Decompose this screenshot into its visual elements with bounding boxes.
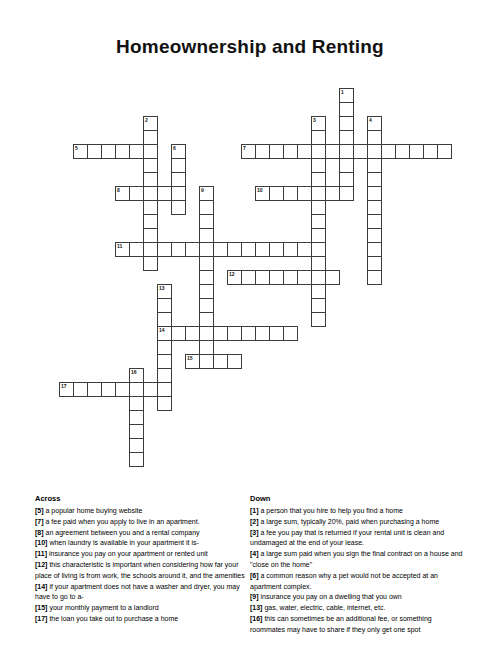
- clue-text: your monthly payment to a landlord: [47, 604, 158, 611]
- clue-number: [17]: [35, 615, 47, 622]
- grid-cell[interactable]: [339, 116, 354, 131]
- grid-cell[interactable]: [213, 242, 228, 257]
- grid-cell[interactable]: [367, 256, 382, 271]
- grid-cell-number: 13: [159, 286, 165, 291]
- clue-text: a popular home buying website: [44, 507, 143, 514]
- grid-cell[interactable]: 14: [157, 326, 172, 341]
- grid-cell[interactable]: [367, 158, 382, 173]
- grid-cell[interactable]: [367, 214, 382, 229]
- grid-cell[interactable]: [87, 382, 102, 397]
- grid-cell[interactable]: [171, 326, 186, 341]
- grid-cell[interactable]: [101, 382, 116, 397]
- clue-number: [15]: [35, 604, 47, 611]
- grid-cell[interactable]: [311, 242, 326, 257]
- grid-cell[interactable]: [227, 326, 242, 341]
- grid-cell[interactable]: [157, 382, 172, 397]
- grid-cell[interactable]: [199, 200, 214, 215]
- grid-cell[interactable]: [409, 144, 424, 159]
- grid-cell[interactable]: [367, 270, 382, 285]
- clue-item: [14] if your apartment does not have a w…: [35, 582, 248, 604]
- grid-cell-number: 16: [131, 370, 137, 375]
- grid-cell[interactable]: 16: [129, 368, 144, 383]
- grid-cell[interactable]: [269, 186, 284, 201]
- grid-cell-number: 17: [61, 384, 67, 389]
- grid-cell[interactable]: [297, 186, 312, 201]
- grid-cell[interactable]: [199, 326, 214, 341]
- clue-text: a person that you hire to help you find …: [259, 507, 403, 514]
- grid-cell[interactable]: [367, 186, 382, 201]
- down-clues: Down [1] a person that you hire to help …: [250, 494, 466, 636]
- clue-item: [8] an agreement between you and a renta…: [35, 528, 248, 539]
- clue-text: this characteristic is important when co…: [35, 561, 245, 579]
- grid-cell[interactable]: [157, 368, 172, 383]
- grid-cell[interactable]: [143, 130, 158, 145]
- grid-cell[interactable]: [311, 172, 326, 187]
- clue-number: [6]: [250, 572, 259, 579]
- grid-cell[interactable]: [115, 382, 130, 397]
- clue-item: [3] a fee you pay that is returned if yo…: [250, 528, 466, 550]
- grid-cell[interactable]: 12: [227, 270, 242, 285]
- grid-cell[interactable]: [213, 354, 228, 369]
- clue-number: [16]: [250, 615, 262, 622]
- grid-cell[interactable]: [269, 242, 284, 257]
- grid-cell[interactable]: [199, 270, 214, 285]
- grid-cell[interactable]: [283, 270, 298, 285]
- grid-cell[interactable]: [227, 242, 242, 257]
- grid-cell[interactable]: [199, 284, 214, 299]
- clue-number: [9]: [250, 593, 259, 600]
- grid-cell[interactable]: [171, 172, 186, 187]
- grid-cell[interactable]: 8: [115, 186, 130, 201]
- grid-cell[interactable]: 7: [241, 144, 256, 159]
- grid-cell[interactable]: 15: [185, 354, 200, 369]
- grid-cell[interactable]: 9: [199, 186, 214, 201]
- grid-cell[interactable]: [129, 410, 144, 425]
- grid-cell[interactable]: [199, 312, 214, 327]
- clue-text: insurance you pay on your apartment or r…: [47, 550, 208, 557]
- across-header: Across: [35, 494, 248, 503]
- grid-cell[interactable]: [143, 228, 158, 243]
- clue-text: a fee paid when you apply to live in an …: [44, 518, 200, 525]
- across-clue-list: [5] a popular home buying website[7] a f…: [35, 506, 248, 625]
- grid-cell[interactable]: [325, 186, 340, 201]
- grid-cell[interactable]: [311, 186, 326, 201]
- grid-cell[interactable]: [199, 242, 214, 257]
- grid-cell[interactable]: [367, 200, 382, 215]
- grid-cell[interactable]: [157, 312, 172, 327]
- clue-text: if your apartment does not have a washer…: [35, 583, 240, 601]
- grid-cell[interactable]: [129, 186, 144, 201]
- grid-cell-number: 7: [243, 146, 246, 151]
- grid-cell[interactable]: [283, 326, 298, 341]
- grid-cell[interactable]: [185, 242, 200, 257]
- clue-item: [17] the loan you take out to purchase a…: [35, 614, 248, 625]
- grid-cell[interactable]: [143, 186, 158, 201]
- grid-cell[interactable]: [143, 242, 158, 257]
- grid-cell[interactable]: 4: [367, 116, 382, 131]
- grid-cell[interactable]: [143, 158, 158, 173]
- grid-cell-number: 1: [341, 90, 344, 95]
- grid-cell-number: 15: [187, 356, 193, 361]
- grid-cell[interactable]: [255, 144, 270, 159]
- grid-cell[interactable]: [143, 172, 158, 187]
- grid-cell[interactable]: [423, 144, 438, 159]
- grid-cell[interactable]: [199, 256, 214, 271]
- grid-cell[interactable]: [381, 144, 396, 159]
- grid-cell[interactable]: [129, 396, 144, 411]
- page: { "header": { "title": "Homeownership an…: [0, 0, 500, 647]
- grid-cell[interactable]: [143, 200, 158, 215]
- grid-cell[interactable]: [311, 256, 326, 271]
- grid-cell-number: 2: [145, 118, 148, 123]
- grid-cell[interactable]: [367, 172, 382, 187]
- grid-cell[interactable]: [395, 144, 410, 159]
- grid-cell[interactable]: [143, 256, 158, 271]
- grid-cell[interactable]: [269, 326, 284, 341]
- grid-cell-number: 4: [369, 118, 372, 123]
- grid-cell[interactable]: [325, 270, 340, 285]
- grid-cell-number: 6: [173, 146, 176, 151]
- grid-cell-number: 9: [201, 188, 204, 193]
- clue-number: [7]: [35, 518, 44, 525]
- grid-cell[interactable]: 2: [143, 116, 158, 131]
- grid-cell[interactable]: [311, 214, 326, 229]
- down-clue-list: [1] a person that you hire to help you f…: [250, 506, 466, 636]
- grid-cell[interactable]: [115, 144, 130, 159]
- grid-cell-number: 5: [75, 146, 78, 151]
- clue-number: [2]: [250, 518, 259, 525]
- grid-cell[interactable]: [199, 228, 214, 243]
- grid-cell[interactable]: [339, 102, 354, 117]
- clue-item: [13] gas, water, electric, cable, intern…: [250, 603, 466, 614]
- grid-cell[interactable]: [185, 326, 200, 341]
- grid-cell-number: 10: [257, 188, 263, 193]
- grid-cell[interactable]: [297, 270, 312, 285]
- grid-cell[interactable]: [367, 144, 382, 159]
- grid-cell[interactable]: 10: [255, 186, 270, 201]
- grid-cell[interactable]: [367, 242, 382, 257]
- grid-cell[interactable]: [311, 228, 326, 243]
- clue-number: [8]: [35, 529, 44, 536]
- grid-cell[interactable]: [241, 270, 256, 285]
- clue-item: [16] this can sometimes be an additional…: [250, 614, 466, 636]
- grid-cell[interactable]: 6: [171, 144, 186, 159]
- grid-cell[interactable]: [199, 298, 214, 313]
- grid-cell[interactable]: [171, 242, 186, 257]
- grid-cell[interactable]: [269, 144, 284, 159]
- clue-item: [10] when laundry is available in your a…: [35, 538, 248, 549]
- grid-cell[interactable]: [297, 144, 312, 159]
- grid-cell[interactable]: [213, 326, 228, 341]
- grid-cell[interactable]: 1: [339, 88, 354, 103]
- grid-cell[interactable]: [101, 144, 116, 159]
- clue-text: insurance you pay on a dwelling that you…: [259, 593, 402, 600]
- grid-cell[interactable]: [143, 214, 158, 229]
- grid-cell[interactable]: [311, 130, 326, 145]
- clue-number: [1]: [250, 507, 259, 514]
- grid-cell[interactable]: [157, 242, 172, 257]
- grid-cell[interactable]: [157, 396, 172, 411]
- grid-cell[interactable]: [311, 312, 326, 327]
- grid-cell[interactable]: [283, 242, 298, 257]
- clue-text: the loan you take out to purchase a home: [47, 615, 178, 622]
- clue-item: [9] insurance you pay on a dwelling that…: [250, 592, 466, 603]
- grid-cell[interactable]: [367, 130, 382, 145]
- grid-cell[interactable]: [199, 340, 214, 355]
- clue-text: a large sum paid when you sign the final…: [250, 550, 462, 568]
- grid-cell[interactable]: [269, 270, 284, 285]
- grid-cell[interactable]: [157, 298, 172, 313]
- clue-number: [11]: [35, 550, 47, 557]
- grid-cell[interactable]: [283, 186, 298, 201]
- clue-text: gas, water, electric, cable, internet, e…: [262, 604, 385, 611]
- grid-cell[interactable]: [129, 382, 144, 397]
- clue-item: [2] a large sum, typically 20%, paid whe…: [250, 517, 466, 528]
- grid-cell[interactable]: [297, 242, 312, 257]
- grid-cell[interactable]: 17: [59, 382, 74, 397]
- grid-cell[interactable]: [255, 326, 270, 341]
- grid-cell[interactable]: [311, 200, 326, 215]
- grid-cell[interactable]: 3: [311, 116, 326, 131]
- clue-text: a common reason why a pet would not be a…: [250, 572, 438, 590]
- grid-cell[interactable]: [129, 452, 144, 467]
- clue-number: [10]: [35, 539, 47, 546]
- clue-item: [5] a popular home buying website: [35, 506, 248, 517]
- crossword-grid: 1234567891011121314151617: [59, 88, 453, 468]
- grid-cell[interactable]: [129, 424, 144, 439]
- grid-cell[interactable]: [325, 144, 340, 159]
- clue-text: an agreement between you and a rental co…: [44, 529, 200, 536]
- grid-cell[interactable]: [171, 158, 186, 173]
- grid-cell[interactable]: 5: [73, 144, 88, 159]
- clue-number: [5]: [35, 507, 44, 514]
- clue-text: this can sometimes be an additional fee,…: [250, 615, 432, 633]
- grid-cell-number: 11: [117, 244, 122, 249]
- grid-cell[interactable]: [241, 326, 256, 341]
- grid-cell[interactable]: [129, 242, 144, 257]
- grid-cell[interactable]: [311, 284, 326, 299]
- clue-item: [15] your monthly payment to a landlord: [35, 603, 248, 614]
- clue-item: [11] insurance you pay on your apartment…: [35, 549, 248, 560]
- grid-cell[interactable]: 13: [157, 284, 172, 299]
- grid-cell[interactable]: [143, 144, 158, 159]
- grid-cell[interactable]: [311, 298, 326, 313]
- grid-cell[interactable]: [339, 158, 354, 173]
- grid-cell[interactable]: [437, 144, 452, 159]
- grid-cell[interactable]: [339, 172, 354, 187]
- clue-number: [12]: [35, 561, 47, 568]
- down-header: Down: [250, 494, 466, 503]
- grid-cell[interactable]: [255, 270, 270, 285]
- grid-cell[interactable]: [241, 242, 256, 257]
- grid-cell[interactable]: [129, 438, 144, 453]
- clue-item: [4] a large sum paid when you sign the f…: [250, 549, 466, 571]
- clue-item: [7] a fee paid when you apply to live in…: [35, 517, 248, 528]
- grid-cell[interactable]: [171, 200, 186, 215]
- grid-cell[interactable]: [339, 130, 354, 145]
- clue-item: [12] this characteristic is important wh…: [35, 560, 248, 582]
- grid-cell[interactable]: [255, 242, 270, 257]
- grid-cell[interactable]: [157, 186, 172, 201]
- grid-cell[interactable]: [339, 144, 354, 159]
- grid-cell[interactable]: [199, 354, 214, 369]
- grid-cell[interactable]: [199, 214, 214, 229]
- clue-number: [4]: [250, 550, 259, 557]
- grid-cell[interactable]: [353, 144, 368, 159]
- grid-cell[interactable]: [157, 354, 172, 369]
- grid-cell[interactable]: [367, 228, 382, 243]
- clue-item: [1] a person that you hire to help you f…: [250, 506, 466, 517]
- clue-number: [14]: [35, 583, 47, 590]
- grid-cell-number: 3: [313, 118, 316, 123]
- grid-cell[interactable]: [73, 382, 88, 397]
- grid-cell[interactable]: 11: [115, 242, 130, 257]
- grid-cell[interactable]: [157, 340, 172, 355]
- clue-text: when laundry is available in your apartm…: [47, 539, 198, 546]
- clue-number: [13]: [250, 604, 262, 611]
- clue-text: a large sum, typically 20%, paid when pu…: [259, 518, 440, 525]
- grid-cell[interactable]: [311, 270, 326, 285]
- clue-text: a fee you pay that is returned if your r…: [250, 529, 444, 547]
- grid-cell-number: 8: [117, 188, 120, 193]
- grid-cell-number: 14: [159, 328, 165, 333]
- grid-cell[interactable]: [283, 144, 298, 159]
- grid-cell[interactable]: [143, 382, 158, 397]
- grid-cell[interactable]: [87, 144, 102, 159]
- across-clues: Across [5] a popular home buying website…: [35, 494, 248, 625]
- grid-cell[interactable]: [311, 158, 326, 173]
- clue-item: [6] a common reason why a pet would not …: [250, 571, 466, 593]
- grid-cell[interactable]: [227, 354, 242, 369]
- grid-cell[interactable]: [129, 144, 144, 159]
- clue-number: [3]: [250, 529, 259, 536]
- grid-cell[interactable]: [339, 186, 354, 201]
- grid-cell[interactable]: [171, 186, 186, 201]
- puzzle-title: Homeownership and Renting: [0, 36, 500, 58]
- grid-cell-number: 12: [229, 272, 235, 277]
- grid-cell[interactable]: [311, 144, 326, 159]
